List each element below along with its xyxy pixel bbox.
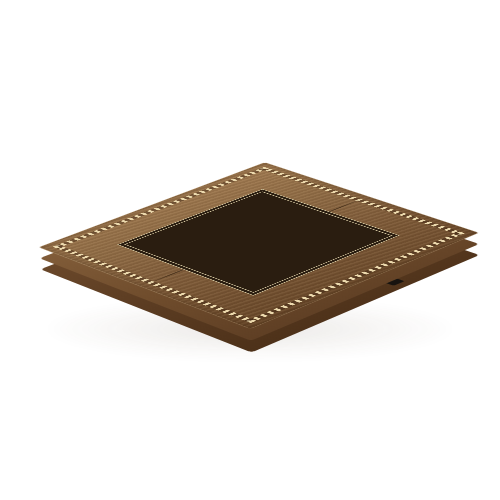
board-top-surface: [39, 162, 479, 329]
edge-inlay-top: [260, 167, 465, 235]
board-3d-wrapper: [94, 76, 422, 404]
edge-inlay-left: [53, 167, 269, 248]
chess-set-product-photo: [0, 0, 500, 500]
folding-board: [39, 162, 479, 329]
chessboard: [117, 189, 399, 296]
